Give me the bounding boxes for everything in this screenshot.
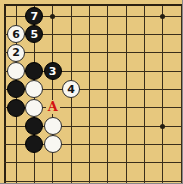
white-stone bbox=[44, 117, 62, 135]
grid-vertical-line bbox=[107, 4, 108, 184]
go-diagram: 765234A bbox=[0, 0, 182, 183]
white-stone: 6 bbox=[7, 25, 25, 43]
star-point bbox=[160, 124, 165, 129]
black-stone: 3 bbox=[44, 62, 62, 80]
grid-horizontal-line bbox=[4, 4, 183, 6]
grid-vertical-line bbox=[181, 4, 182, 184]
white-stone: 4 bbox=[62, 80, 80, 98]
grid-vertical-line bbox=[162, 4, 163, 184]
move-number-label: 6 bbox=[12, 29, 20, 40]
move-number-label: 7 bbox=[30, 11, 38, 22]
star-point bbox=[50, 14, 55, 19]
move-number-label: 3 bbox=[49, 66, 57, 77]
white-stone bbox=[44, 135, 62, 153]
black-stone bbox=[7, 99, 25, 117]
go-board: 765234A bbox=[0, 0, 182, 183]
move-number-label: 5 bbox=[30, 29, 38, 40]
black-stone bbox=[25, 117, 43, 135]
grid-horizontal-line bbox=[4, 181, 183, 182]
move-number-label: 2 bbox=[12, 47, 20, 58]
move-number-label: 4 bbox=[67, 84, 75, 95]
grid-horizontal-line bbox=[4, 52, 183, 53]
black-stone bbox=[25, 62, 43, 80]
grid-vertical-line bbox=[89, 4, 90, 184]
black-stone bbox=[25, 135, 43, 153]
grid-vertical-line bbox=[144, 4, 145, 184]
grid-vertical-line bbox=[4, 4, 6, 184]
white-stone: 2 bbox=[7, 44, 25, 62]
grid-vertical-line bbox=[52, 4, 53, 184]
star-point bbox=[160, 14, 165, 19]
black-stone: 7 bbox=[25, 7, 43, 25]
grid-vertical-line bbox=[126, 4, 127, 184]
black-stone bbox=[7, 80, 25, 98]
black-stone: 5 bbox=[25, 25, 43, 43]
point-marker-a: A bbox=[46, 100, 60, 114]
white-stone bbox=[25, 99, 43, 117]
white-stone bbox=[25, 80, 43, 98]
grid-horizontal-line bbox=[4, 162, 183, 163]
white-stone bbox=[7, 62, 25, 80]
